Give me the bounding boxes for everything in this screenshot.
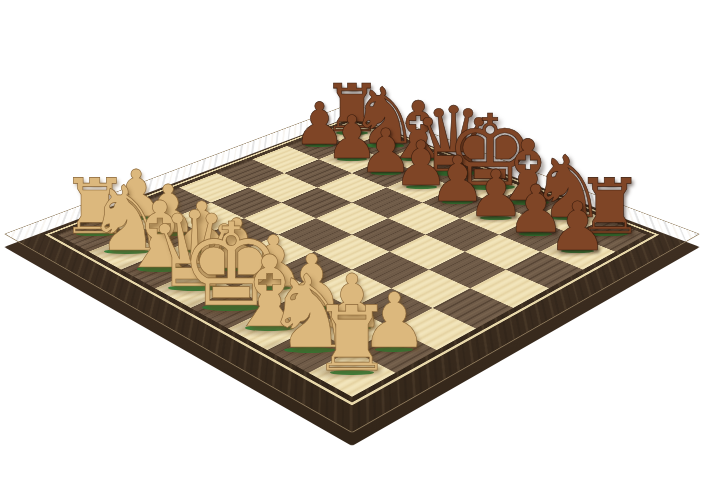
board-squares [58,121,647,397]
chess-set-photo: ♜♞♝♛♚♝♞♜♟♟♟♟♟♟♟♟♟♟♟♟♟♟♟♟♜♞♝♛♚♝♞♜ [0,0,720,480]
chess-board [4,103,700,433]
board-inlay-line [45,117,659,406]
